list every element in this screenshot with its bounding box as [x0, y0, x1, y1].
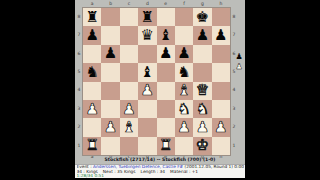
square-b5[interactable] [101, 63, 119, 81]
square-b8[interactable] [101, 8, 119, 26]
square-d4[interactable]: ♟ [138, 82, 156, 100]
square-f1[interactable] [175, 137, 193, 155]
rank-label: 2 [78, 125, 81, 130]
square-a5[interactable]: ♞ [83, 63, 101, 81]
square-f7[interactable] [175, 26, 193, 44]
square-a6[interactable] [83, 45, 101, 63]
square-f4[interactable]: ♝ [175, 82, 193, 100]
square-e7[interactable]: ♝ [157, 26, 175, 44]
square-f3[interactable]: ♞ [175, 100, 193, 118]
rank-label: 1 [233, 144, 236, 149]
chess-gui-panel: abcdefgh 87654321 87654321 abcdefgh ♜♜♚♟… [75, 0, 245, 178]
piece-white-pawn: ♟ [214, 119, 227, 134]
piece-black-rook: ♜ [85, 9, 98, 24]
piece-white-knight: ♞ [196, 101, 209, 116]
square-h3[interactable] [212, 100, 230, 118]
square-a1[interactable]: ♜ [83, 137, 101, 155]
square-c7[interactable] [120, 26, 138, 44]
rank-labels-left: 87654321 [75, 8, 83, 155]
square-a8[interactable]: ♜ [83, 8, 101, 26]
square-c8[interactable] [120, 8, 138, 26]
event-details: (2001.12.05, Round 1) 0:00 [183, 165, 243, 169]
rank-label: 7 [78, 33, 81, 38]
square-h5[interactable] [212, 63, 230, 81]
square-b2[interactable]: ♟ [101, 118, 119, 136]
captured-material-tray: ♟ ♟ [234, 53, 244, 71]
piece-white-pawn: ♟ [122, 101, 135, 116]
square-c6[interactable] [120, 45, 138, 63]
square-g3[interactable]: ♞ [193, 100, 211, 118]
square-b1[interactable] [101, 137, 119, 155]
piece-black-pawn: ♟ [177, 46, 190, 61]
piece-white-rook: ♜ [85, 138, 98, 153]
square-c3[interactable]: ♟ [120, 100, 138, 118]
square-b6[interactable]: ♟ [101, 45, 119, 63]
square-g1[interactable]: ♚ [193, 137, 211, 155]
rank-label: 2 [233, 125, 236, 130]
captured-white-pawn-icon: ♟ [235, 63, 242, 71]
file-labels-top: abcdefgh [83, 0, 230, 8]
piece-black-pawn: ♟ [214, 28, 227, 43]
rank-label: 6 [78, 52, 81, 57]
piece-white-pawn: ♟ [141, 83, 154, 98]
info-segment: Next : 35 Kings [103, 170, 136, 174]
file-label: b [109, 2, 112, 7]
square-e3[interactable] [157, 100, 175, 118]
piece-black-rook: ♜ [141, 9, 154, 24]
square-b7[interactable] [101, 26, 119, 44]
info-segment: Material : +1 [170, 170, 198, 174]
square-c1[interactable] [120, 137, 138, 155]
rank-labels-right: 87654321 [230, 8, 238, 155]
captured-black-pawn-icon: ♟ [235, 53, 242, 61]
file-label: a [91, 2, 94, 7]
square-h6[interactable] [212, 45, 230, 63]
piece-white-queen: ♛ [196, 83, 209, 98]
file-label: h [219, 2, 222, 7]
square-d8[interactable]: ♜ [138, 8, 156, 26]
clock-time-line: 1:28/34 0:51 [77, 174, 244, 179]
letterbox-bar-right [245, 0, 320, 180]
file-label: g [201, 2, 204, 7]
square-e5[interactable] [157, 63, 175, 81]
square-e2[interactable] [157, 118, 175, 136]
piece-black-pawn: ♟ [196, 28, 209, 43]
square-h8[interactable] [212, 8, 230, 26]
rank-label: 3 [233, 107, 236, 112]
info-segment: 34 : Kings [77, 170, 98, 174]
file-label: e [164, 2, 167, 7]
square-g6[interactable] [193, 45, 211, 63]
square-d6[interactable] [138, 45, 156, 63]
square-c5[interactable] [120, 63, 138, 81]
square-a4[interactable] [83, 82, 101, 100]
square-d1[interactable] [138, 137, 156, 155]
square-e1[interactable]: ♜ [157, 137, 175, 155]
square-d5[interactable]: ♝ [138, 63, 156, 81]
piece-white-pawn: ♟ [196, 119, 209, 134]
piece-white-pawn: ♟ [177, 119, 190, 134]
square-d3[interactable] [138, 100, 156, 118]
square-f8[interactable] [175, 8, 193, 26]
game-info-panel: Event : Anderssen, Tuebingen Defence, Ca… [75, 164, 245, 179]
event-link[interactable]: Anderssen, Tuebingen Defence, Castle F# [93, 165, 183, 169]
piece-white-bishop: ♝ [177, 83, 190, 98]
file-label: d [146, 2, 149, 7]
piece-black-pawn: ♟ [85, 28, 98, 43]
square-e4[interactable] [157, 82, 175, 100]
square-c4[interactable] [120, 82, 138, 100]
piece-black-king: ♚ [196, 9, 209, 24]
piece-black-pawn: ♟ [104, 46, 117, 61]
piece-white-pawn: ♟ [104, 119, 117, 134]
rank-label: 8 [233, 15, 236, 20]
event-label: Event : [77, 165, 94, 169]
square-c2[interactable]: ♝ [120, 118, 138, 136]
video-frame: { "game": "chess", "position": { "fen": … [0, 0, 320, 180]
square-g8[interactable]: ♚ [193, 8, 211, 26]
square-g2[interactable]: ♟ [193, 118, 211, 136]
square-f6[interactable]: ♟ [175, 45, 193, 63]
piece-black-bishop: ♝ [159, 28, 172, 43]
rank-label: 3 [78, 107, 81, 112]
square-b3[interactable] [101, 100, 119, 118]
rank-label: 4 [233, 88, 236, 93]
piece-black-knight: ♞ [85, 64, 98, 79]
file-label: c [128, 2, 130, 7]
square-h2[interactable]: ♟ [212, 118, 230, 136]
rank-label: 4 [78, 88, 81, 93]
square-g7[interactable]: ♟ [193, 26, 211, 44]
piece-white-bishop: ♝ [122, 119, 135, 134]
square-h7[interactable]: ♟ [212, 26, 230, 44]
square-f5[interactable]: ♞ [175, 63, 193, 81]
square-d7[interactable]: ♛ [138, 26, 156, 44]
piece-white-rook: ♜ [159, 138, 172, 153]
rank-label: 5 [78, 70, 81, 75]
square-d2[interactable] [138, 118, 156, 136]
square-e8[interactable] [157, 8, 175, 26]
piece-white-pawn: ♟ [85, 101, 98, 116]
piece-white-knight: ♞ [177, 101, 190, 116]
piece-black-bishop: ♝ [141, 64, 154, 79]
square-a3[interactable]: ♟ [83, 100, 101, 118]
piece-black-knight: ♞ [177, 64, 190, 79]
rank-label: 1 [78, 144, 81, 149]
square-e6[interactable]: ♟ [157, 45, 175, 63]
square-h4[interactable] [212, 82, 230, 100]
square-g4[interactable]: ♛ [193, 82, 211, 100]
info-segment: Length : 34 [141, 170, 165, 174]
square-a7[interactable]: ♟ [83, 26, 101, 44]
letterbox-bar-left [0, 0, 75, 180]
piece-black-pawn: ♟ [159, 46, 172, 61]
rank-label: 8 [78, 15, 81, 20]
chess-board: ♜♜♚♟♛♝♟♟♟♟♟♞♝♞♟♝♛♟♟♞♞♟♝♟♟♟♜♜♚ [83, 8, 230, 155]
square-f2[interactable]: ♟ [175, 118, 193, 136]
rank-label: 7 [233, 33, 236, 38]
piece-black-queen: ♛ [141, 28, 154, 43]
square-h1[interactable] [212, 137, 230, 155]
game-header-players: Stockfish (2717/14) -- Stockfish (700) (… [75, 157, 245, 162]
piece-white-king: ♚ [196, 138, 209, 153]
square-a2[interactable] [83, 118, 101, 136]
square-g5[interactable] [193, 63, 211, 81]
file-label: f [183, 2, 185, 7]
square-b4[interactable] [101, 82, 119, 100]
